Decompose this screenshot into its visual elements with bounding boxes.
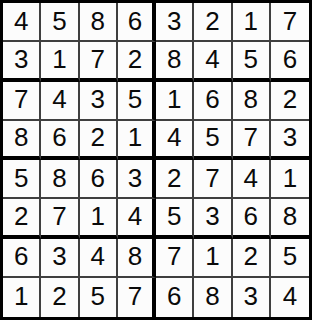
cell-r5c7[interactable]: 4 (233, 160, 271, 199)
cell-r2c5[interactable]: 8 (156, 42, 194, 81)
cell-r4c4[interactable]: 1 (118, 121, 156, 160)
cell-r1c3[interactable]: 8 (80, 3, 118, 42)
cell-r2c7[interactable]: 5 (233, 42, 271, 81)
cell-r1c4[interactable]: 6 (118, 3, 156, 42)
cell-r4c2[interactable]: 6 (41, 121, 79, 160)
cell-r6c8[interactable]: 8 (271, 199, 309, 238)
cell-r7c1[interactable]: 6 (3, 239, 41, 278)
cell-r5c4[interactable]: 3 (118, 160, 156, 199)
cell-r1c2[interactable]: 5 (41, 3, 79, 42)
cell-r1c5[interactable]: 3 (156, 3, 194, 42)
cell-r2c8[interactable]: 6 (271, 42, 309, 81)
cell-r6c5[interactable]: 5 (156, 199, 194, 238)
cell-r6c4[interactable]: 4 (118, 199, 156, 238)
cell-r5c5[interactable]: 2 (156, 160, 194, 199)
cell-r8c7[interactable]: 3 (233, 278, 271, 317)
cell-r5c3[interactable]: 6 (80, 160, 118, 199)
cell-r8c2[interactable]: 2 (41, 278, 79, 317)
cell-r4c7[interactable]: 7 (233, 121, 271, 160)
cell-r3c4[interactable]: 5 (118, 82, 156, 121)
cell-r7c8[interactable]: 5 (271, 239, 309, 278)
cell-r3c2[interactable]: 4 (41, 82, 79, 121)
cell-r6c3[interactable]: 1 (80, 199, 118, 238)
cell-r8c8[interactable]: 4 (271, 278, 309, 317)
cell-r3c7[interactable]: 8 (233, 82, 271, 121)
cell-r1c7[interactable]: 1 (233, 3, 271, 42)
cell-r2c6[interactable]: 4 (194, 42, 232, 81)
cell-r2c1[interactable]: 3 (3, 42, 41, 81)
cell-r3c1[interactable]: 7 (3, 82, 41, 121)
cell-r4c1[interactable]: 8 (3, 121, 41, 160)
cell-r4c6[interactable]: 5 (194, 121, 232, 160)
cell-r5c8[interactable]: 1 (271, 160, 309, 199)
cell-r8c6[interactable]: 8 (194, 278, 232, 317)
cell-r1c1[interactable]: 4 (3, 3, 41, 42)
cell-r6c1[interactable]: 2 (3, 199, 41, 238)
cell-r7c7[interactable]: 2 (233, 239, 271, 278)
cell-r5c2[interactable]: 8 (41, 160, 79, 199)
cell-r6c2[interactable]: 7 (41, 199, 79, 238)
cell-r2c3[interactable]: 7 (80, 42, 118, 81)
cell-r3c5[interactable]: 1 (156, 82, 194, 121)
cell-r8c1[interactable]: 1 (3, 278, 41, 317)
cell-r7c6[interactable]: 1 (194, 239, 232, 278)
cell-r1c8[interactable]: 7 (271, 3, 309, 42)
cell-r4c8[interactable]: 3 (271, 121, 309, 160)
cell-r6c6[interactable]: 3 (194, 199, 232, 238)
cell-r8c5[interactable]: 6 (156, 278, 194, 317)
cell-r2c2[interactable]: 1 (41, 42, 79, 81)
cell-r4c5[interactable]: 4 (156, 121, 194, 160)
cell-r3c3[interactable]: 3 (80, 82, 118, 121)
cell-r7c4[interactable]: 8 (118, 239, 156, 278)
cell-r4c3[interactable]: 2 (80, 121, 118, 160)
cell-r7c3[interactable]: 4 (80, 239, 118, 278)
cell-r8c4[interactable]: 7 (118, 278, 156, 317)
cell-r7c5[interactable]: 7 (156, 239, 194, 278)
cell-r1c6[interactable]: 2 (194, 3, 232, 42)
cell-r5c6[interactable]: 7 (194, 160, 232, 199)
cell-r5c1[interactable]: 5 (3, 160, 41, 199)
cell-r7c2[interactable]: 3 (41, 239, 79, 278)
cell-r3c8[interactable]: 2 (271, 82, 309, 121)
sudoku-board: 4586321731728456743516828621457358632741… (0, 0, 312, 320)
cell-r2c4[interactable]: 2 (118, 42, 156, 81)
cell-r8c3[interactable]: 5 (80, 278, 118, 317)
cell-r6c7[interactable]: 6 (233, 199, 271, 238)
cell-r3c6[interactable]: 6 (194, 82, 232, 121)
